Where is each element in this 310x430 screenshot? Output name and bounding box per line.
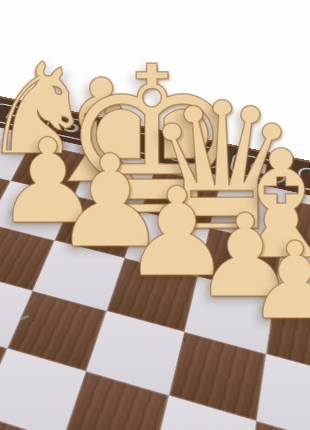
- chess-set-photo: HGFEDCBA ♞♝♚♛♝♟♟♟♟♟: [0, 0, 310, 430]
- chess-piece-white-pawn-c2: ♟: [247, 228, 310, 335]
- board-square-c4: [256, 354, 310, 430]
